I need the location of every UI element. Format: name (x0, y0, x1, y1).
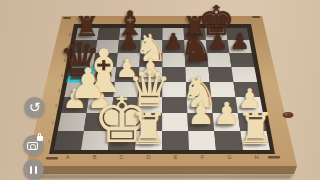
file-label-H: H (254, 154, 258, 160)
lock-icon (37, 136, 43, 141)
file-label-F: F (201, 154, 205, 160)
piece-white-rook-h1[interactable]: ♜ (236, 106, 275, 150)
pause-button[interactable] (23, 159, 44, 180)
undo-button[interactable]: ↺ (24, 97, 45, 118)
piece-black-pawn-h7[interactable]: ♟ (230, 30, 250, 52)
piece-white-rook-d1[interactable]: ♜ (129, 106, 168, 150)
file-label-E: E (174, 154, 178, 160)
captured-black-piece (283, 112, 294, 118)
piece-black-knight-f6[interactable]: ♞ (180, 30, 214, 68)
camera-icon (27, 142, 38, 150)
captured-white-pawn: ♟ (69, 63, 107, 105)
pause-icon (30, 166, 37, 174)
file-label-A: A (66, 154, 70, 160)
undo-icon: ↺ (29, 99, 41, 115)
camera-view-button[interactable] (23, 135, 44, 156)
piece-white-pawn-f2[interactable]: ♟ (187, 99, 214, 130)
file-label-G: G (227, 154, 231, 160)
app-screen: ABCDEFGH12345678 ♜♝♜♚♟♟♟♟♞♞♛♟♟♟♟♟♛♞♟♟♟♚♜… (0, 0, 320, 180)
